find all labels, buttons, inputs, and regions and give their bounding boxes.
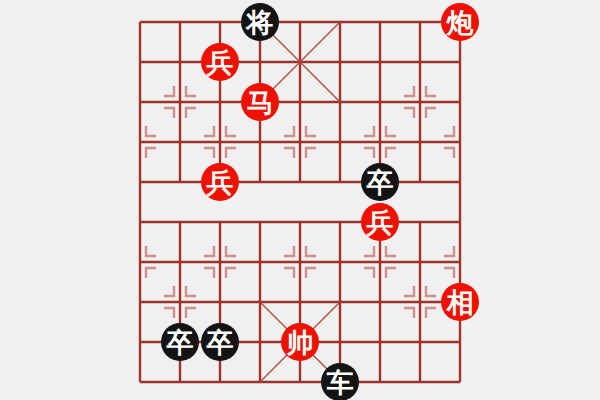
black-soldier[interactable]: 卒: [161, 323, 199, 361]
black-soldier[interactable]: 卒: [201, 323, 239, 361]
red-horse[interactable]: 马: [241, 83, 279, 121]
black-soldier[interactable]: 卒: [361, 163, 399, 201]
red-soldier[interactable]: 兵: [361, 203, 399, 241]
red-general[interactable]: 帅: [281, 323, 319, 361]
red-cannon[interactable]: 炮: [441, 3, 479, 41]
black-general[interactable]: 将: [241, 3, 279, 41]
red-soldier[interactable]: 兵: [201, 163, 239, 201]
red-elephant[interactable]: 相: [441, 283, 479, 321]
black-chariot[interactable]: 车: [321, 363, 359, 400]
xiangqi-board: 将炮兵马兵卒兵相卒卒帅车: [120, 2, 480, 400]
red-soldier[interactable]: 兵: [201, 43, 239, 81]
pieces-layer: 将炮兵马兵卒兵相卒卒帅车: [120, 2, 480, 400]
